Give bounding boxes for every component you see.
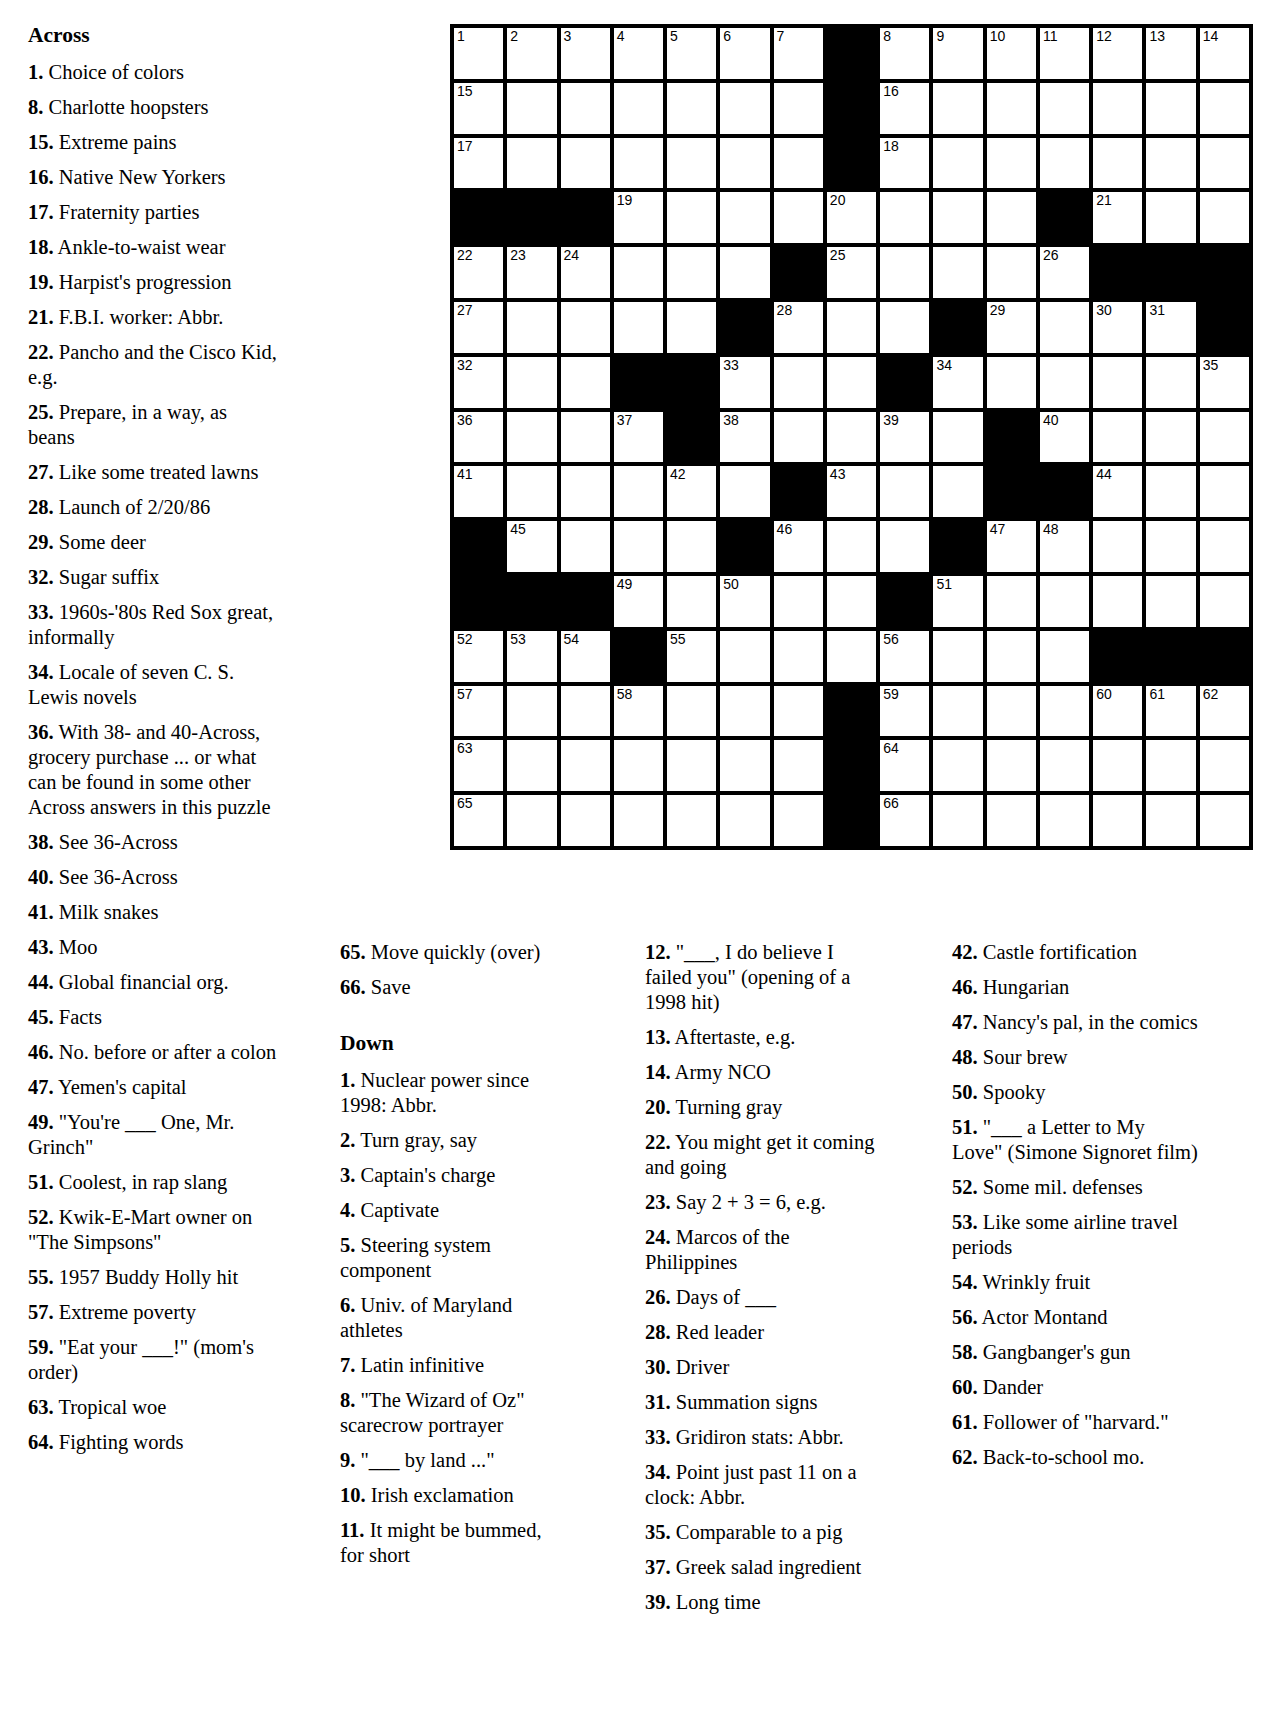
across-clue-52: 52. Kwik-E-Mart owner on "The Simpsons"	[28, 1205, 278, 1255]
cell-4-8[interactable]: 20	[827, 192, 876, 243]
block-10-6	[720, 521, 769, 572]
cell-15-15[interactable]	[1200, 795, 1249, 846]
cell-8-6[interactable]: 38	[720, 412, 769, 463]
down-clue-9: 9. "___ by land ..."	[340, 1448, 546, 1473]
clue-number: 54.	[952, 1271, 978, 1293]
cell-13-7[interactable]	[774, 686, 823, 737]
cell-7-12[interactable]	[1040, 357, 1089, 408]
cell-14-2[interactable]	[507, 740, 556, 791]
cell-9-3[interactable]	[561, 466, 610, 517]
cell-15-9[interactable]: 66	[880, 795, 929, 846]
cell-12-9[interactable]: 56	[880, 631, 929, 682]
down-clue-31: 31. Summation signs	[645, 1390, 881, 1415]
cell-7-13[interactable]	[1093, 357, 1142, 408]
cell-3-7[interactable]	[774, 138, 823, 189]
block-12-14	[1146, 631, 1195, 682]
cell-2-11[interactable]	[987, 83, 1036, 134]
cell-14-10[interactable]	[933, 740, 982, 791]
cell-14-6[interactable]	[720, 740, 769, 791]
across-clue-64: 64. Fighting words	[28, 1430, 278, 1455]
cell-12-2[interactable]: 53	[507, 631, 556, 682]
cell-3-11[interactable]	[987, 138, 1036, 189]
cell-10-4[interactable]	[614, 521, 663, 572]
down-clue-46: 46. Hungarian	[952, 975, 1198, 1000]
cell-13-14[interactable]: 61	[1146, 686, 1195, 737]
block-10-10	[933, 521, 982, 572]
cell-5-12[interactable]: 26	[1040, 247, 1089, 298]
cell-2-15[interactable]	[1200, 83, 1249, 134]
clue-number: 34.	[645, 1461, 671, 1483]
cell-15-2[interactable]	[507, 795, 556, 846]
cell-14-13[interactable]	[1093, 740, 1142, 791]
cell-5-8[interactable]: 25	[827, 247, 876, 298]
cell-15-12[interactable]	[1040, 795, 1089, 846]
cell-1-5[interactable]: 5	[667, 28, 716, 79]
cell-4-14[interactable]	[1146, 192, 1195, 243]
cell-4-11[interactable]	[987, 192, 1036, 243]
clue-number: 52.	[952, 1176, 978, 1198]
block-14-8	[827, 740, 876, 791]
clue-number: 6.	[340, 1294, 355, 1316]
cell-10-14[interactable]	[1146, 521, 1195, 572]
across-clue-49: 49. "You're ___ One, Mr. Grinch"	[28, 1110, 278, 1160]
clue-number: 18.	[28, 236, 54, 258]
clue-number: 60.	[952, 1376, 978, 1398]
cell-4-9[interactable]	[880, 192, 929, 243]
cell-15-11[interactable]	[987, 795, 1036, 846]
cell-13-5[interactable]	[667, 686, 716, 737]
cell-9-2[interactable]	[507, 466, 556, 517]
cell-8-4[interactable]: 37	[614, 412, 663, 463]
cell-1-3[interactable]: 3	[561, 28, 610, 79]
cell-1-11[interactable]: 10	[987, 28, 1036, 79]
cell-7-3[interactable]	[561, 357, 610, 408]
across-clue-38: 38. See 36-Across	[28, 830, 278, 855]
cell-2-1[interactable]: 15	[454, 83, 503, 134]
cell-number: 50	[723, 576, 739, 593]
cell-13-1[interactable]: 57	[454, 686, 503, 737]
block-7-9	[880, 357, 929, 408]
across-clue-36: 36. With 38- and 40-Across, grocery purc…	[28, 720, 278, 820]
cell-3-5[interactable]	[667, 138, 716, 189]
clue-number: 30.	[645, 1356, 671, 1378]
cell-2-4[interactable]	[614, 83, 663, 134]
cell-10-7[interactable]: 46	[774, 521, 823, 572]
down-clue-13: 13. Aftertaste, e.g.	[645, 1025, 881, 1050]
block-11-9	[880, 576, 929, 627]
cell-number: 22	[457, 247, 473, 264]
cell-number: 49	[617, 576, 633, 593]
cell-12-8[interactable]	[827, 631, 876, 682]
cell-13-15[interactable]: 62	[1200, 686, 1249, 737]
cell-9-9[interactable]	[880, 466, 929, 517]
cell-7-6[interactable]: 33	[720, 357, 769, 408]
cell-11-8[interactable]	[827, 576, 876, 627]
cell-7-7[interactable]	[774, 357, 823, 408]
block-5-15	[1200, 247, 1249, 298]
cell-4-6[interactable]	[720, 192, 769, 243]
clue-number: 53.	[952, 1211, 978, 1233]
cell-2-14[interactable]	[1146, 83, 1195, 134]
clue-number: 12.	[645, 941, 671, 963]
cell-7-14[interactable]	[1146, 357, 1195, 408]
cell-6-8[interactable]	[827, 302, 876, 353]
block-12-15	[1200, 631, 1249, 682]
cell-4-4[interactable]: 19	[614, 192, 663, 243]
cell-2-10[interactable]	[933, 83, 982, 134]
cell-3-9[interactable]: 18	[880, 138, 929, 189]
cell-number: 3	[564, 28, 572, 45]
clue-number: 22.	[645, 1131, 671, 1153]
cell-10-3[interactable]	[561, 521, 610, 572]
cell-3-10[interactable]	[933, 138, 982, 189]
block-3-8	[827, 138, 876, 189]
cell-1-10[interactable]: 9	[933, 28, 982, 79]
cell-9-15[interactable]	[1200, 466, 1249, 517]
cell-5-5[interactable]	[667, 247, 716, 298]
cell-9-8[interactable]: 43	[827, 466, 876, 517]
cell-4-13[interactable]: 21	[1093, 192, 1142, 243]
down-clue-33: 33. Gridiron stats: Abbr.	[645, 1425, 881, 1450]
down-clue-37: 37. Greek salad ingredient	[645, 1555, 881, 1580]
cell-7-15[interactable]: 35	[1200, 357, 1249, 408]
cell-2-12[interactable]	[1040, 83, 1089, 134]
clue-number: 11.	[340, 1519, 365, 1541]
cell-10-13[interactable]	[1093, 521, 1142, 572]
cell-12-5[interactable]: 55	[667, 631, 716, 682]
cell-3-6[interactable]	[720, 138, 769, 189]
cell-11-6[interactable]: 50	[720, 576, 769, 627]
clue-number: 47.	[952, 1011, 978, 1033]
cell-7-8[interactable]	[827, 357, 876, 408]
cell-5-1[interactable]: 22	[454, 247, 503, 298]
block-8-5	[667, 412, 716, 463]
cell-8-3[interactable]	[561, 412, 610, 463]
cell-12-11[interactable]	[987, 631, 1036, 682]
cell-12-7[interactable]	[774, 631, 823, 682]
cell-5-10[interactable]	[933, 247, 982, 298]
cell-8-10[interactable]	[933, 412, 982, 463]
across-clue-66: 66. Save	[340, 975, 546, 1000]
cell-3-4[interactable]	[614, 138, 663, 189]
cell-1-13[interactable]: 12	[1093, 28, 1142, 79]
cell-5-4[interactable]	[614, 247, 663, 298]
block-6-10	[933, 302, 982, 353]
cell-2-9[interactable]: 16	[880, 83, 929, 134]
clue-number: 61.	[952, 1411, 978, 1433]
cell-1-1[interactable]: 1	[454, 28, 503, 79]
cell-2-6[interactable]	[720, 83, 769, 134]
cell-number: 61	[1149, 686, 1165, 703]
cell-8-1[interactable]: 36	[454, 412, 503, 463]
across-clue-22: 22. Pancho and the Cisco Kid, e.g.	[28, 340, 278, 390]
cell-number: 56	[883, 631, 899, 648]
cell-8-2[interactable]	[507, 412, 556, 463]
clue-number: 57.	[28, 1301, 54, 1323]
cell-8-8[interactable]	[827, 412, 876, 463]
cell-1-14[interactable]: 13	[1146, 28, 1195, 79]
cell-13-4[interactable]: 58	[614, 686, 663, 737]
cell-8-14[interactable]	[1146, 412, 1195, 463]
clue-number: 32.	[28, 566, 54, 588]
cell-11-7[interactable]	[774, 576, 823, 627]
down-clue-39: 39. Long time	[645, 1590, 881, 1615]
cell-1-12[interactable]: 11	[1040, 28, 1089, 79]
cell-9-5[interactable]: 42	[667, 466, 716, 517]
cell-number: 63	[457, 740, 473, 757]
cell-number: 58	[617, 686, 633, 703]
cell-7-11[interactable]	[987, 357, 1036, 408]
across-clue-21: 21. F.B.I. worker: Abbr.	[28, 305, 278, 330]
cell-10-12[interactable]: 48	[1040, 521, 1089, 572]
clue-number: 27.	[28, 461, 54, 483]
cell-9-6[interactable]	[720, 466, 769, 517]
cell-14-3[interactable]	[561, 740, 610, 791]
cell-11-11[interactable]	[987, 576, 1036, 627]
cell-13-3[interactable]	[561, 686, 610, 737]
cell-14-1[interactable]: 63	[454, 740, 503, 791]
cell-6-11[interactable]: 29	[987, 302, 1036, 353]
block-6-15	[1200, 302, 1249, 353]
cell-10-5[interactable]	[667, 521, 716, 572]
clue-number: 19.	[28, 271, 54, 293]
cell-3-14[interactable]	[1146, 138, 1195, 189]
clue-number: 7.	[340, 1354, 355, 1376]
cell-7-2[interactable]	[507, 357, 556, 408]
clue-number: 64.	[28, 1431, 54, 1453]
cell-9-10[interactable]	[933, 466, 982, 517]
clue-number: 17.	[28, 201, 54, 223]
down-clue-48: 48. Sour brew	[952, 1045, 1198, 1070]
cell-8-9[interactable]: 39	[880, 412, 929, 463]
cell-14-4[interactable]	[614, 740, 663, 791]
cell-5-6[interactable]	[720, 247, 769, 298]
cell-1-4[interactable]: 4	[614, 28, 663, 79]
clue-number: 39.	[645, 1591, 671, 1613]
cell-3-2[interactable]	[507, 138, 556, 189]
cell-1-9[interactable]: 8	[880, 28, 929, 79]
cell-number: 45	[510, 521, 526, 538]
cell-10-11[interactable]: 47	[987, 521, 1036, 572]
cell-8-7[interactable]	[774, 412, 823, 463]
clue-number: 25.	[28, 401, 54, 423]
clue-number: 33.	[645, 1426, 671, 1448]
cell-8-15[interactable]	[1200, 412, 1249, 463]
cell-13-11[interactable]	[987, 686, 1036, 737]
clue-number: 10.	[340, 1484, 366, 1506]
block-7-5	[667, 357, 716, 408]
cell-13-13[interactable]: 60	[1093, 686, 1142, 737]
down-clue-52: 52. Some mil. defenses	[952, 1175, 1198, 1200]
cell-13-6[interactable]	[720, 686, 769, 737]
cell-15-6[interactable]	[720, 795, 769, 846]
cell-1-15[interactable]: 14	[1200, 28, 1249, 79]
cell-14-14[interactable]	[1146, 740, 1195, 791]
clue-number: 38.	[28, 831, 54, 853]
down-clue-22: 22. You might get it coming and going	[645, 1130, 881, 1180]
across-clue-65: 65. Move quickly (over)	[340, 940, 546, 965]
cell-2-7[interactable]	[774, 83, 823, 134]
cell-6-1[interactable]: 27	[454, 302, 503, 353]
cell-6-12[interactable]	[1040, 302, 1089, 353]
cell-5-2[interactable]: 23	[507, 247, 556, 298]
cell-6-2[interactable]	[507, 302, 556, 353]
cell-number: 4	[617, 28, 625, 45]
cell-15-10[interactable]	[933, 795, 982, 846]
cell-15-3[interactable]	[561, 795, 610, 846]
cell-8-12[interactable]: 40	[1040, 412, 1089, 463]
cell-15-1[interactable]: 65	[454, 795, 503, 846]
across-clue-57: 57. Extreme poverty	[28, 1300, 278, 1325]
cell-3-13[interactable]	[1093, 138, 1142, 189]
cell-15-14[interactable]	[1146, 795, 1195, 846]
cell-4-10[interactable]	[933, 192, 982, 243]
down-clue-53: 53. Like some airline travel periods	[952, 1210, 1198, 1260]
down-clue-4: 4. Captivate	[340, 1198, 546, 1223]
cell-11-4[interactable]: 49	[614, 576, 663, 627]
cell-3-1[interactable]: 17	[454, 138, 503, 189]
cell-7-1[interactable]: 32	[454, 357, 503, 408]
cell-10-8[interactable]	[827, 521, 876, 572]
cell-10-15[interactable]	[1200, 521, 1249, 572]
cell-number: 6	[723, 28, 731, 45]
cell-number: 23	[510, 247, 526, 264]
cell-14-9[interactable]: 64	[880, 740, 929, 791]
cell-13-9[interactable]: 59	[880, 686, 929, 737]
down-clue-51: 51. "___ a Letter to My Love" (Simone Si…	[952, 1115, 1198, 1165]
cell-6-14[interactable]: 31	[1146, 302, 1195, 353]
cell-10-9[interactable]	[880, 521, 929, 572]
cell-6-7[interactable]: 28	[774, 302, 823, 353]
block-4-1	[454, 192, 503, 243]
across-clue-15: 15. Extreme pains	[28, 130, 278, 155]
cell-number: 34	[936, 357, 952, 374]
clue-number: 5.	[340, 1234, 355, 1256]
cell-14-5[interactable]	[667, 740, 716, 791]
clue-number: 45.	[28, 1006, 54, 1028]
cell-7-10[interactable]: 34	[933, 357, 982, 408]
clue-number: 15.	[28, 131, 54, 153]
cell-14-15[interactable]	[1200, 740, 1249, 791]
cell-number: 48	[1043, 521, 1059, 538]
cell-11-15[interactable]	[1200, 576, 1249, 627]
block-15-8	[827, 795, 876, 846]
block-4-3	[561, 192, 610, 243]
cell-14-11[interactable]	[987, 740, 1036, 791]
cell-3-12[interactable]	[1040, 138, 1089, 189]
down-clue-35: 35. Comparable to a pig	[645, 1520, 881, 1545]
cell-13-10[interactable]	[933, 686, 982, 737]
cell-4-7[interactable]	[774, 192, 823, 243]
cell-9-1[interactable]: 41	[454, 466, 503, 517]
cell-6-4[interactable]	[614, 302, 663, 353]
across-clue-45: 45. Facts	[28, 1005, 278, 1030]
cell-11-13[interactable]	[1093, 576, 1142, 627]
down-clue-5: 5. Steering system component	[340, 1233, 546, 1283]
down-clue-24: 24. Marcos of the Philippines	[645, 1225, 881, 1275]
cell-number: 40	[1043, 412, 1059, 429]
cell-4-5[interactable]	[667, 192, 716, 243]
cell-13-2[interactable]	[507, 686, 556, 737]
cell-12-6[interactable]	[720, 631, 769, 682]
cell-15-13[interactable]	[1093, 795, 1142, 846]
cell-3-3[interactable]	[561, 138, 610, 189]
cell-6-9[interactable]	[880, 302, 929, 353]
cell-2-5[interactable]	[667, 83, 716, 134]
cell-12-3[interactable]: 54	[561, 631, 610, 682]
across-clue-list: 1. Choice of colors8. Charlotte hoopster…	[28, 60, 278, 1455]
cell-15-7[interactable]	[774, 795, 823, 846]
down-clue-list-2: 12. "___, I do believe I failed you" (op…	[645, 940, 881, 1615]
cell-15-5[interactable]	[667, 795, 716, 846]
cell-15-4[interactable]	[614, 795, 663, 846]
cell-number: 28	[777, 302, 793, 319]
cell-3-15[interactable]	[1200, 138, 1249, 189]
cell-6-13[interactable]: 30	[1093, 302, 1142, 353]
cell-12-12[interactable]	[1040, 631, 1089, 682]
down-clue-28: 28. Red leader	[645, 1320, 881, 1345]
cell-11-14[interactable]	[1146, 576, 1195, 627]
cell-11-12[interactable]	[1040, 576, 1089, 627]
across-clue-1: 1. Choice of colors	[28, 60, 278, 85]
clue-number: 58.	[952, 1341, 978, 1363]
block-8-11	[987, 412, 1036, 463]
cell-9-14[interactable]	[1146, 466, 1195, 517]
cell-number: 1	[457, 28, 465, 45]
clue-number: 21.	[28, 306, 54, 328]
cell-5-9[interactable]	[880, 247, 929, 298]
across-clue-list-continued: 65. Move quickly (over)66. Save	[340, 940, 546, 1000]
cell-14-7[interactable]	[774, 740, 823, 791]
cell-13-12[interactable]	[1040, 686, 1089, 737]
down-clue-50: 50. Spooky	[952, 1080, 1198, 1105]
cell-12-1[interactable]: 52	[454, 631, 503, 682]
clue-number: 46.	[952, 976, 978, 998]
cell-6-3[interactable]	[561, 302, 610, 353]
cell-1-6[interactable]: 6	[720, 28, 769, 79]
cell-10-2[interactable]: 45	[507, 521, 556, 572]
block-5-14	[1146, 247, 1195, 298]
cell-2-13[interactable]	[1093, 83, 1142, 134]
cell-4-15[interactable]	[1200, 192, 1249, 243]
crossword-grid[interactable]: 1234567891011121314151617181920212223242…	[450, 24, 1253, 850]
cell-8-13[interactable]	[1093, 412, 1142, 463]
cell-5-3[interactable]: 24	[561, 247, 610, 298]
cell-9-13[interactable]: 44	[1093, 466, 1142, 517]
cell-5-11[interactable]	[987, 247, 1036, 298]
cell-number: 42	[670, 466, 686, 483]
cell-11-5[interactable]	[667, 576, 716, 627]
cell-11-10[interactable]: 51	[933, 576, 982, 627]
down-clue-60: 60. Dander	[952, 1375, 1198, 1400]
clue-number: 35.	[645, 1521, 671, 1543]
down-clue-1: 1. Nuclear power since 1998: Abbr.	[340, 1068, 546, 1118]
clue-number: 44.	[28, 971, 54, 993]
cell-1-2[interactable]: 2	[507, 28, 556, 79]
cell-6-5[interactable]	[667, 302, 716, 353]
cell-1-7[interactable]: 7	[774, 28, 823, 79]
cell-14-12[interactable]	[1040, 740, 1089, 791]
clue-number: 31.	[645, 1391, 671, 1413]
cell-9-4[interactable]	[614, 466, 663, 517]
cell-number: 9	[936, 28, 944, 45]
cell-12-10[interactable]	[933, 631, 982, 682]
cell-2-3[interactable]	[561, 83, 610, 134]
cell-number: 16	[883, 83, 899, 100]
cell-2-2[interactable]	[507, 83, 556, 134]
across-clue-55: 55. 1957 Buddy Holly hit	[28, 1265, 278, 1290]
cell-number: 14	[1203, 28, 1219, 45]
